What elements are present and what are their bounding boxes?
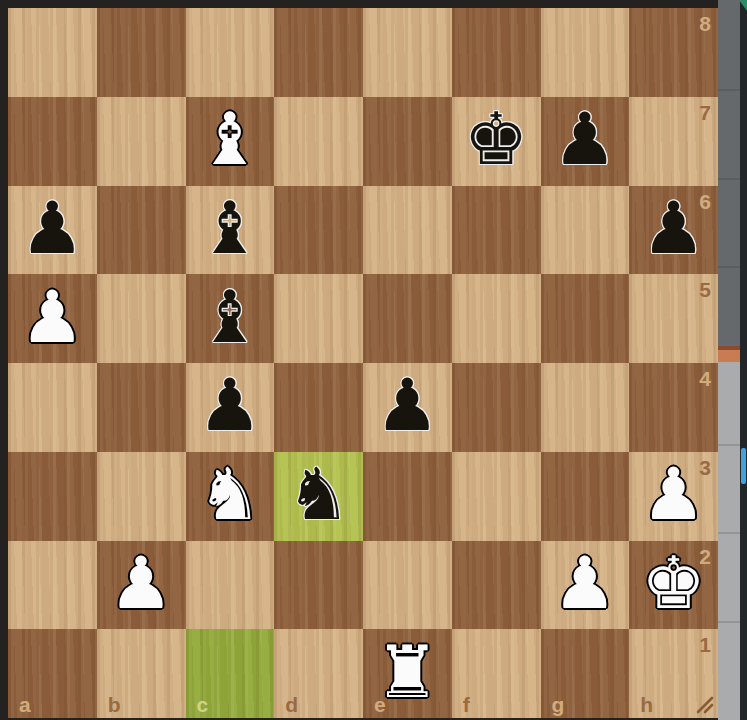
square-f1[interactable]: f: [452, 629, 541, 718]
rank-label-7: 7: [699, 102, 711, 123]
square-a7[interactable]: [8, 97, 97, 186]
square-d8[interactable]: [274, 8, 363, 97]
square-e7[interactable]: [363, 97, 452, 186]
square-d5[interactable]: [274, 274, 363, 363]
file-label-g: g: [552, 694, 565, 715]
black-bishop[interactable]: ♝: [198, 281, 263, 353]
square-e3[interactable]: [363, 452, 452, 541]
square-a5[interactable]: ♟: [8, 274, 97, 363]
square-c3[interactable]: ♞: [186, 452, 275, 541]
square-c4[interactable]: ♟: [186, 363, 275, 452]
square-g3[interactable]: [541, 452, 630, 541]
square-f7[interactable]: ♚: [452, 97, 541, 186]
square-a2[interactable]: [8, 541, 97, 630]
teal-corner-marker: [739, 0, 747, 11]
square-h5[interactable]: 5: [629, 274, 718, 363]
square-d3[interactable]: ♞: [274, 452, 363, 541]
square-g4[interactable]: [541, 363, 630, 452]
square-g6[interactable]: [541, 186, 630, 275]
square-a4[interactable]: [8, 363, 97, 452]
white-pawn[interactable]: ♟: [553, 547, 618, 619]
file-label-a: a: [19, 694, 31, 715]
square-g8[interactable]: [541, 8, 630, 97]
square-h4[interactable]: 4: [629, 363, 718, 452]
square-e4[interactable]: ♟: [363, 363, 452, 452]
white-pawn[interactable]: ♟: [641, 458, 706, 530]
square-f6[interactable]: [452, 186, 541, 275]
square-e6[interactable]: [363, 186, 452, 275]
file-label-d: d: [285, 694, 298, 715]
side-panel-divider: [718, 532, 740, 534]
square-g1[interactable]: g: [541, 629, 630, 718]
square-e2[interactable]: [363, 541, 452, 630]
scroll-indicator[interactable]: [741, 448, 746, 484]
square-h8[interactable]: 8: [629, 8, 718, 97]
square-c8[interactable]: [186, 8, 275, 97]
app-background: 8♝♚♟7♟♝♟6♟♝5♟♟4♞♞♟3♟♟♚2abcd♜efg1h: [0, 0, 747, 720]
square-e5[interactable]: [363, 274, 452, 363]
side-panel-divider: [718, 621, 740, 623]
chess-board: 8♝♚♟7♟♝♟6♟♝5♟♟4♞♞♟3♟♟♚2abcd♜efg1h: [8, 8, 718, 718]
square-b4[interactable]: [97, 363, 186, 452]
rank-label-8: 8: [699, 13, 711, 34]
file-label-e: e: [374, 694, 386, 715]
square-b1[interactable]: b: [97, 629, 186, 718]
file-label-c: c: [197, 694, 209, 715]
rank-label-4: 4: [699, 368, 711, 389]
square-g7[interactable]: ♟: [541, 97, 630, 186]
rank-label-3: 3: [699, 457, 711, 478]
side-panel-strip: [718, 0, 740, 720]
white-pawn[interactable]: ♟: [20, 281, 85, 353]
file-label-b: b: [108, 694, 121, 715]
rank-label-1: 1: [699, 634, 711, 655]
side-panel-divider: [718, 444, 740, 446]
white-bishop[interactable]: ♝: [198, 103, 263, 175]
square-b3[interactable]: [97, 452, 186, 541]
square-c1[interactable]: c: [186, 629, 275, 718]
square-b6[interactable]: [97, 186, 186, 275]
square-h2[interactable]: ♚2: [629, 541, 718, 630]
black-king[interactable]: ♚: [464, 103, 529, 175]
square-c7[interactable]: ♝: [186, 97, 275, 186]
square-f5[interactable]: [452, 274, 541, 363]
square-h6[interactable]: ♟6: [629, 186, 718, 275]
square-h7[interactable]: 7: [629, 97, 718, 186]
square-c2[interactable]: [186, 541, 275, 630]
board-resize-handle[interactable]: [691, 691, 715, 715]
rank-label-2: 2: [699, 546, 711, 567]
orange-marker: [718, 346, 740, 362]
side-panel-divider: [718, 89, 740, 91]
black-pawn[interactable]: ♟: [375, 369, 440, 441]
square-e8[interactable]: [363, 8, 452, 97]
square-c5[interactable]: ♝: [186, 274, 275, 363]
side-panel-divider: [718, 178, 740, 180]
square-f2[interactable]: [452, 541, 541, 630]
square-b7[interactable]: [97, 97, 186, 186]
square-d1[interactable]: d: [274, 629, 363, 718]
black-bishop[interactable]: ♝: [198, 192, 263, 264]
square-b8[interactable]: [97, 8, 186, 97]
square-a8[interactable]: [8, 8, 97, 97]
white-pawn[interactable]: ♟: [109, 547, 174, 619]
white-knight[interactable]: ♞: [198, 458, 263, 530]
square-a6[interactable]: ♟: [8, 186, 97, 275]
black-pawn[interactable]: ♟: [641, 192, 706, 264]
square-a1[interactable]: a: [8, 629, 97, 718]
square-d6[interactable]: [274, 186, 363, 275]
square-h3[interactable]: ♟3: [629, 452, 718, 541]
square-f3[interactable]: [452, 452, 541, 541]
black-pawn[interactable]: ♟: [20, 192, 85, 264]
square-c6[interactable]: ♝: [186, 186, 275, 275]
square-d4[interactable]: [274, 363, 363, 452]
rank-label-6: 6: [699, 191, 711, 212]
square-f4[interactable]: [452, 363, 541, 452]
black-knight[interactable]: ♞: [286, 458, 351, 530]
black-pawn[interactable]: ♟: [553, 103, 618, 175]
square-g2[interactable]: ♟: [541, 541, 630, 630]
side-panel-lower: [718, 362, 740, 720]
square-a3[interactable]: [8, 452, 97, 541]
black-pawn[interactable]: ♟: [198, 369, 263, 441]
side-panel-divider: [718, 266, 740, 268]
file-label-f: f: [463, 694, 470, 715]
square-d7[interactable]: [274, 97, 363, 186]
square-b2[interactable]: ♟: [97, 541, 186, 630]
square-d2[interactable]: [274, 541, 363, 630]
square-g5[interactable]: [541, 274, 630, 363]
white-king[interactable]: ♚: [641, 547, 706, 619]
square-b5[interactable]: [97, 274, 186, 363]
file-label-h: h: [640, 694, 653, 715]
square-f8[interactable]: [452, 8, 541, 97]
rank-label-5: 5: [699, 279, 711, 300]
edge-strip: [740, 0, 747, 720]
square-e1[interactable]: ♜e: [363, 629, 452, 718]
